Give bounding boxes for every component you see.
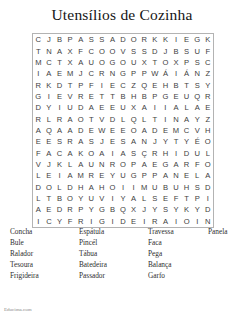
grid-cell[interactable]: I	[160, 102, 171, 113]
grid-cell[interactable]: P	[128, 68, 139, 79]
grid-cell[interactable]: T	[181, 193, 192, 204]
grid-cell[interactable]: P	[150, 170, 161, 181]
grid-cell[interactable]: I	[54, 170, 65, 181]
grid-cell[interactable]: J	[44, 159, 55, 170]
grid-cell[interactable]: A	[139, 159, 150, 170]
grid-cell[interactable]: S	[128, 147, 139, 158]
grid-cell[interactable]: E	[97, 102, 108, 113]
grid-cell[interactable]: D	[33, 181, 44, 192]
word-list-column-4: Panela	[208, 226, 240, 281]
grid-cell[interactable]: K	[150, 34, 161, 45]
grid-cell[interactable]: E	[33, 136, 44, 147]
grid-cell[interactable]: A	[139, 125, 150, 136]
grid-cell[interactable]: H	[203, 125, 214, 136]
grid-cell[interactable]: G	[118, 68, 129, 79]
grid-cell[interactable]: A	[107, 34, 118, 45]
grid-cell[interactable]: L	[54, 181, 65, 192]
grid-cell[interactable]: T	[97, 91, 108, 102]
grid-cell[interactable]: D	[75, 102, 86, 113]
grid-cell[interactable]: N	[97, 159, 108, 170]
grid-cell[interactable]: R	[107, 159, 118, 170]
word-list-column-2: Espátula Pincél Tábua Batedeira Passador	[79, 226, 148, 281]
grid-cell[interactable]: Y	[181, 136, 192, 147]
word-item: Pega	[148, 248, 208, 259]
grid-cell[interactable]: D	[107, 113, 118, 124]
grid-cell[interactable]: Y	[75, 193, 86, 204]
grid-cell[interactable]: A	[75, 34, 86, 45]
grid-cell[interactable]: L	[203, 147, 214, 158]
grid-cell[interactable]: D	[203, 204, 214, 215]
grid-cell[interactable]: E	[150, 159, 161, 170]
grid-cell[interactable]: L	[118, 113, 129, 124]
grid-cell[interactable]: A	[65, 147, 76, 158]
word-item: Balança	[148, 259, 208, 270]
grid-cell[interactable]: I	[171, 147, 182, 158]
word-list-column-3: Travessa Faca Pega Balança Garfo	[148, 226, 208, 281]
grid-cell[interactable]: B	[171, 45, 182, 56]
grid-cell[interactable]: L	[181, 102, 192, 113]
grid-cell[interactable]: U	[128, 57, 139, 68]
word-item: Travessa	[148, 226, 208, 237]
grid-cell[interactable]: Z	[128, 79, 139, 90]
grid-cell[interactable]: N	[171, 113, 182, 124]
grid-cell[interactable]: P	[181, 57, 192, 68]
grid-cell[interactable]: C	[203, 57, 214, 68]
grid-cell[interactable]: N	[44, 45, 55, 56]
grid-cell[interactable]: L	[139, 193, 150, 204]
grid-cell[interactable]: O	[86, 147, 97, 158]
grid-cell[interactable]: A	[97, 147, 108, 158]
grid-cell[interactable]: U	[65, 102, 76, 113]
grid-cell[interactable]: D	[118, 34, 129, 45]
grid-cell[interactable]: I	[150, 102, 161, 113]
grid-cell[interactable]: D	[181, 147, 192, 158]
grid-cell[interactable]: B	[54, 34, 65, 45]
grid-cell[interactable]: Y	[192, 204, 203, 215]
grid-cell[interactable]: U	[86, 57, 97, 68]
grid-cell[interactable]: Y	[171, 204, 182, 215]
grid-cell[interactable]: W	[150, 68, 161, 79]
grid-cell[interactable]: A	[171, 102, 182, 113]
grid-cell[interactable]: Ç	[139, 147, 150, 158]
grid-cell[interactable]: X	[139, 57, 150, 68]
grid-cell[interactable]: Z	[203, 68, 214, 79]
grid-cell[interactable]: F	[171, 193, 182, 204]
grid-cell[interactable]: E	[44, 170, 55, 181]
grid-cell[interactable]: G	[107, 57, 118, 68]
grid-cell[interactable]: C	[54, 147, 65, 158]
grid-cell[interactable]: G	[192, 34, 203, 45]
grid-cell[interactable]: S	[54, 136, 65, 147]
grid-cell[interactable]: E	[54, 68, 65, 79]
grid-cell[interactable]: P	[75, 204, 86, 215]
grid-cell[interactable]: A	[65, 113, 76, 124]
grid-cell[interactable]: J	[150, 136, 161, 147]
grid-cell[interactable]: O	[75, 113, 86, 124]
grid-cell[interactable]: V	[118, 45, 129, 56]
grid-cell[interactable]: T	[171, 136, 182, 147]
word-item: Pincél	[79, 237, 148, 248]
grid-cell[interactable]: C	[118, 79, 129, 90]
word-item: Faca	[148, 237, 208, 248]
grid-cell[interactable]: I	[160, 113, 171, 124]
grid-cell[interactable]: T	[181, 79, 192, 90]
grid-cell[interactable]: E	[107, 79, 118, 90]
grid-cell[interactable]: A	[171, 159, 182, 170]
grid-cell[interactable]: H	[160, 79, 171, 90]
grid-cell[interactable]: F	[33, 147, 44, 158]
grid-cell[interactable]: L	[192, 170, 203, 181]
word-item: Tábua	[79, 248, 148, 259]
grid-cell[interactable]: P	[150, 91, 161, 102]
grid-cell[interactable]: J	[44, 34, 55, 45]
grid-cell[interactable]: U	[192, 147, 203, 158]
grid-cell[interactable]: A	[118, 147, 129, 158]
grid-cell[interactable]: E	[86, 91, 97, 102]
grid-cell[interactable]: A	[44, 68, 55, 79]
grid-cell[interactable]: O	[107, 181, 118, 192]
grid-cell[interactable]: D	[75, 125, 86, 136]
grid-cell[interactable]: N	[171, 170, 182, 181]
worksheet: Utensílios de Cozinha CJBPASSADORKKIEGKT…	[0, 0, 244, 320]
grid-cell[interactable]: R	[139, 34, 150, 45]
grid-cell[interactable]: E	[160, 193, 171, 204]
grid-cell[interactable]: O	[160, 57, 171, 68]
grid-cell[interactable]: R	[203, 91, 214, 102]
grid-cell[interactable]: E	[44, 136, 55, 147]
grid-cell[interactable]: U	[192, 45, 203, 56]
word-list: Concha Bule Ralador Tesoura Frigideira E…	[10, 226, 240, 281]
grid-cell[interactable]: R	[86, 170, 97, 181]
grid-cell[interactable]: J	[97, 136, 108, 147]
grid-cell[interactable]: X	[65, 45, 76, 56]
word-grid: CJBPASSADORKKIEGKTNAXFCOOVSSDJBSUFMCTXAU…	[32, 33, 214, 228]
grid-cell[interactable]: D	[203, 181, 214, 192]
grid-cell[interactable]: C	[33, 34, 44, 45]
grid-cell[interactable]: R	[33, 79, 44, 90]
grid-cell[interactable]: O	[107, 45, 118, 56]
grid-cell[interactable]: P	[139, 68, 150, 79]
grid-cell[interactable]: B	[171, 79, 182, 90]
grid-cell[interactable]: Z	[203, 113, 214, 124]
grid-cell[interactable]: B	[139, 91, 150, 102]
grid-cell[interactable]: K	[44, 79, 55, 90]
puzzle-title: Utensílios de Cozinha	[0, 0, 244, 24]
grid-cell[interactable]: D	[65, 181, 76, 192]
grid-cell[interactable]: T	[54, 57, 65, 68]
grid-cell[interactable]: L	[33, 170, 44, 181]
grid-cell[interactable]: O	[97, 57, 108, 68]
grid-cell[interactable]: T	[65, 79, 76, 90]
word-list-column-1: Concha Bule Ralador Tesoura Frigideira	[10, 226, 79, 281]
grid-cell[interactable]: X	[128, 102, 139, 113]
grid-cell[interactable]: D	[150, 125, 161, 136]
word-grid-frame: CJBPASSADORKKIEGKTNAXFCOOVSSDJBSUFMCTXAU…	[32, 33, 214, 228]
grid-cell[interactable]: Y	[44, 102, 55, 113]
grid-cell[interactable]: R	[150, 147, 161, 158]
grid-cell[interactable]: E	[97, 170, 108, 181]
grid-cell[interactable]: F	[203, 45, 214, 56]
grid-cell[interactable]: H	[128, 91, 139, 102]
grid-cell[interactable]: U	[86, 193, 97, 204]
grid-cell[interactable]: U	[171, 181, 182, 192]
grid-cell[interactable]: N	[107, 68, 118, 79]
grid-cell[interactable]: A	[65, 170, 76, 181]
grid-cell[interactable]: A	[160, 170, 171, 181]
grid-cell[interactable]: K	[75, 147, 86, 158]
grid-cell[interactable]: Q	[192, 91, 203, 102]
grid-cell[interactable]: V	[192, 125, 203, 136]
grid-cell[interactable]: G	[128, 170, 139, 181]
grid-cell[interactable]: S	[97, 34, 108, 45]
grid-cell[interactable]: R	[181, 159, 192, 170]
grid-cell[interactable]: L	[65, 159, 76, 170]
grid-cell[interactable]: J	[139, 204, 150, 215]
grid-cell[interactable]: R	[33, 113, 44, 124]
word-item: Panela	[208, 226, 240, 237]
grid-cell[interactable]: H	[181, 181, 192, 192]
grid-cell[interactable]: M	[75, 170, 86, 181]
grid-cell[interactable]: E	[107, 125, 118, 136]
grid-cell[interactable]: B	[107, 204, 118, 215]
grid-cell[interactable]: E	[86, 125, 97, 136]
grid-cell[interactable]: I	[33, 68, 44, 79]
grid-cell[interactable]: U	[118, 102, 129, 113]
watermark: Educima.com	[4, 307, 32, 312]
grid-cell[interactable]: O	[44, 181, 55, 192]
grid-cell[interactable]: S	[181, 45, 192, 56]
grid-cell[interactable]: G	[33, 91, 44, 102]
grid-cell[interactable]: V	[97, 193, 108, 204]
grid-cell[interactable]: C	[44, 57, 55, 68]
grid-cell[interactable]: P	[128, 159, 139, 170]
word-item: Garfo	[148, 270, 208, 281]
grid-cell[interactable]: I	[107, 193, 118, 204]
grid-cell[interactable]: S	[118, 136, 129, 147]
grid-cell[interactable]: F	[75, 45, 86, 56]
grid-cell[interactable]: M	[171, 125, 182, 136]
word-item: Passador	[79, 270, 148, 281]
grid-cell[interactable]: A	[33, 125, 44, 136]
grid-cell[interactable]: I	[97, 79, 108, 90]
grid-cell[interactable]: K	[54, 159, 65, 170]
grid-cell[interactable]: O	[203, 159, 214, 170]
grid-cell[interactable]: I	[118, 181, 129, 192]
grid-cell[interactable]: S	[160, 204, 171, 215]
grid-cell[interactable]: T	[150, 57, 161, 68]
grid-cell[interactable]: P	[192, 193, 203, 204]
grid-cell[interactable]: Á	[160, 68, 171, 79]
grid-cell[interactable]: H	[75, 181, 86, 192]
grid-cell[interactable]: X	[171, 57, 182, 68]
grid-cell[interactable]: A	[33, 204, 44, 215]
grid-cell[interactable]: A	[128, 193, 139, 204]
grid-cell[interactable]: O	[118, 57, 129, 68]
grid-cell[interactable]: A	[75, 136, 86, 147]
grid-cell[interactable]: E	[181, 34, 192, 45]
grid-cell[interactable]: K	[181, 204, 192, 215]
grid-cell[interactable]: O	[97, 45, 108, 56]
grid-cell[interactable]: I	[203, 193, 214, 204]
grid-cell[interactable]: A	[192, 102, 203, 113]
grid-cell[interactable]: D	[54, 204, 65, 215]
grid-cell[interactable]: E	[54, 91, 65, 102]
grid-cell[interactable]: U	[181, 91, 192, 102]
grid-cell[interactable]: Q	[128, 113, 139, 124]
grid-cell[interactable]: N	[192, 68, 203, 79]
grid-cell[interactable]: F	[192, 159, 203, 170]
grid-cell[interactable]: T	[33, 45, 44, 56]
grid-cell[interactable]: S	[128, 45, 139, 56]
grid-cell[interactable]: M	[65, 68, 76, 79]
grid-cell[interactable]: A	[65, 125, 76, 136]
grid-cell[interactable]: A	[44, 147, 55, 158]
grid-cell[interactable]: X	[65, 57, 76, 68]
grid-cell[interactable]: A	[128, 136, 139, 147]
grid-cell[interactable]: E	[118, 125, 129, 136]
grid-cell[interactable]: X	[128, 204, 139, 215]
grid-cell[interactable]: S	[86, 34, 97, 45]
grid-cell[interactable]: J	[160, 45, 171, 56]
grid-cell[interactable]: V	[97, 113, 108, 124]
grid-cell[interactable]: C	[86, 45, 97, 56]
grid-cell[interactable]: A	[86, 181, 97, 192]
word-item: Bule	[10, 237, 79, 248]
grid-cell[interactable]: R	[65, 204, 76, 215]
word-item: Tesoura	[10, 259, 79, 270]
grid-cell[interactable]: I	[44, 91, 55, 102]
grid-cell[interactable]: T	[86, 113, 97, 124]
grid-cell[interactable]: L	[33, 193, 44, 204]
grid-cell[interactable]: A	[139, 102, 150, 113]
word-item: Frigideira	[10, 270, 79, 281]
grid-cell[interactable]: I	[128, 181, 139, 192]
word-item: Ralador	[10, 248, 79, 259]
grid-cell[interactable]: H	[160, 147, 171, 158]
grid-cell[interactable]: P	[75, 79, 86, 90]
word-item: Concha	[10, 226, 79, 237]
grid-cell[interactable]: Á	[181, 68, 192, 79]
grid-cell[interactable]: D	[33, 102, 44, 113]
grid-cell[interactable]: P	[65, 34, 76, 45]
grid-cell[interactable]: K	[203, 34, 214, 45]
grid-cell[interactable]: I	[54, 102, 65, 113]
grid-cell[interactable]: T	[150, 113, 161, 124]
grid-cell[interactable]: Y	[107, 170, 118, 181]
grid-cell[interactable]: S	[150, 193, 161, 204]
grid-cell[interactable]: E	[44, 204, 55, 215]
grid-cell[interactable]: Q	[139, 79, 150, 90]
grid-cell[interactable]: O	[65, 193, 76, 204]
grid-cell[interactable]: S	[86, 136, 97, 147]
grid-cell[interactable]: Y	[150, 204, 161, 215]
grid-cell[interactable]: U	[118, 170, 129, 181]
grid-cell[interactable]: G	[160, 159, 171, 170]
grid-cell[interactable]: H	[97, 181, 108, 192]
grid-cell[interactable]: U	[86, 159, 97, 170]
grid-cell[interactable]: A	[75, 57, 86, 68]
grid-cell[interactable]: B	[54, 193, 65, 204]
grid-cell[interactable]: R	[75, 91, 86, 102]
word-item: Espátula	[79, 226, 148, 237]
grid-cell[interactable]: I	[107, 147, 118, 158]
grid-cell[interactable]: Y	[160, 136, 171, 147]
grid-cell[interactable]: N	[139, 136, 150, 147]
grid-cell[interactable]: L	[44, 113, 55, 124]
grid-cell[interactable]: S	[139, 45, 150, 56]
grid-cell[interactable]: M	[139, 181, 150, 192]
grid-cell[interactable]: K	[160, 34, 171, 45]
grid-cell[interactable]: Y	[203, 79, 214, 90]
grid-cell[interactable]: J	[75, 68, 86, 79]
grid-cell[interactable]: E	[171, 91, 182, 102]
grid-cell[interactable]: I	[171, 34, 182, 45]
grid-cell[interactable]: R	[54, 113, 65, 124]
grid-cell[interactable]: Y	[86, 204, 97, 215]
grid-cell[interactable]: O	[128, 34, 139, 45]
grid-cell[interactable]: D	[150, 45, 161, 56]
grid-cell[interactable]: Q	[44, 125, 55, 136]
grid-cell[interactable]: B	[160, 181, 171, 192]
grid-cell[interactable]: S	[192, 79, 203, 90]
grid-cell[interactable]: Q	[118, 204, 129, 215]
grid-cell[interactable]: A	[75, 159, 86, 170]
grid-cell[interactable]: E	[107, 102, 118, 113]
grid-cell[interactable]: A	[86, 102, 97, 113]
grid-cell[interactable]: E	[181, 170, 192, 181]
grid-cell[interactable]: Y	[192, 113, 203, 124]
word-item: Batedeira	[79, 259, 148, 270]
grid-cell[interactable]: A	[181, 113, 192, 124]
grid-cell[interactable]: W	[97, 125, 108, 136]
grid-cell[interactable]: Y	[118, 193, 129, 204]
grid-cell[interactable]: A	[54, 125, 65, 136]
grid-cell[interactable]: R	[97, 68, 108, 79]
grid-cell[interactable]: R	[65, 136, 76, 147]
grid-cell[interactable]: E	[160, 125, 171, 136]
grid-cell[interactable]: C	[181, 125, 192, 136]
grid-cell[interactable]: E	[150, 79, 161, 90]
grid-cell[interactable]: O	[118, 159, 129, 170]
grid-cell[interactable]: P	[139, 170, 150, 181]
grid-cell[interactable]: S	[192, 57, 203, 68]
grid-cell[interactable]: I	[171, 68, 182, 79]
grid-cell[interactable]: É	[192, 136, 203, 147]
grid-cell[interactable]: G	[97, 204, 108, 215]
grid-cell[interactable]: M	[33, 57, 44, 68]
grid-cell[interactable]: L	[139, 113, 150, 124]
grid-cell[interactable]: T	[107, 91, 118, 102]
grid-cell[interactable]: A	[54, 45, 65, 56]
grid-cell[interactable]: O	[203, 136, 214, 147]
grid-cell[interactable]: V	[65, 91, 76, 102]
grid-cell[interactable]: O	[128, 125, 139, 136]
grid-cell[interactable]: A	[203, 170, 214, 181]
grid-cell[interactable]: B	[118, 91, 129, 102]
grid-cell[interactable]: T	[44, 193, 55, 204]
grid-cell[interactable]: S	[192, 181, 203, 192]
grid-cell[interactable]: U	[150, 181, 161, 192]
grid-cell[interactable]: E	[203, 102, 214, 113]
grid-cell[interactable]: G	[160, 91, 171, 102]
grid-cell[interactable]: F	[86, 79, 97, 90]
grid-cell[interactable]: D	[54, 79, 65, 90]
grid-cell[interactable]: C	[86, 68, 97, 79]
grid-cell[interactable]: V	[33, 159, 44, 170]
grid-cell[interactable]: E	[107, 136, 118, 147]
